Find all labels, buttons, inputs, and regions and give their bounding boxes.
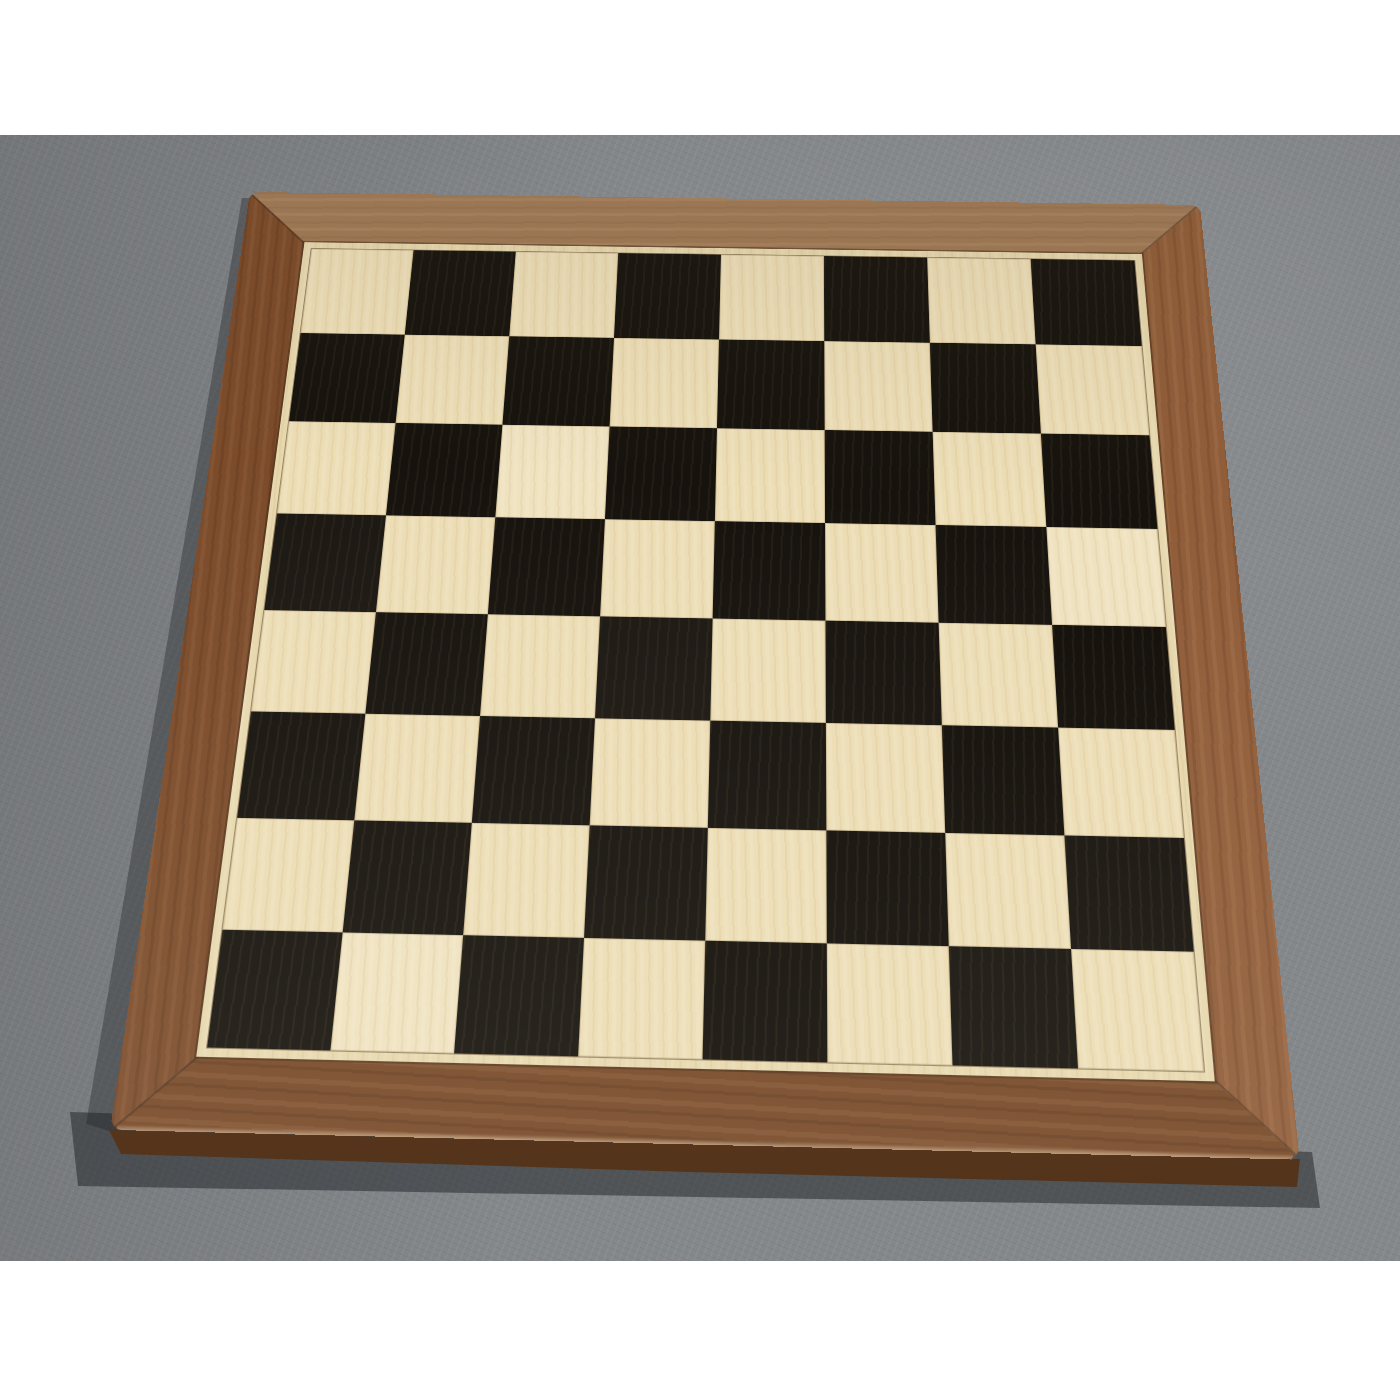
square-e8[interactable] [719,255,824,341]
square-f4[interactable] [825,621,941,726]
square-c6[interactable] [495,425,609,519]
square-h2[interactable] [1064,835,1193,951]
square-e4[interactable] [710,618,826,722]
square-g8[interactable] [927,258,1035,345]
square-e6[interactable] [715,428,825,523]
square-d5[interactable] [600,519,715,618]
square-h7[interactable] [1036,344,1150,435]
square-a5[interactable] [264,513,386,612]
square-c2[interactable] [463,823,589,938]
square-f5[interactable] [825,523,939,623]
square-g7[interactable] [930,343,1041,434]
chessboard [110,192,1300,1160]
square-d8[interactable] [614,253,721,339]
square-a7[interactable] [289,333,405,423]
square-d1[interactable] [578,938,705,1060]
square-h1[interactable] [1071,949,1204,1072]
square-a6[interactable] [277,421,396,515]
square-f6[interactable] [825,430,936,525]
squares-grid [207,249,1204,1072]
square-b8[interactable] [405,250,516,336]
square-h5[interactable] [1046,527,1166,627]
square-g4[interactable] [939,623,1058,728]
square-c4[interactable] [480,614,600,718]
square-e2[interactable] [705,828,827,944]
square-c3[interactable] [472,716,595,825]
square-e5[interactable] [713,521,826,620]
square-c8[interactable] [509,252,618,338]
square-f3[interactable] [826,723,945,833]
square-d7[interactable] [610,338,719,428]
square-e1[interactable] [703,941,828,1063]
square-d2[interactable] [584,825,708,940]
square-e3[interactable] [708,721,827,831]
square-c7[interactable] [502,336,614,426]
square-c5[interactable] [488,517,605,616]
square-a3[interactable] [237,711,365,820]
square-g1[interactable] [949,946,1078,1068]
square-b5[interactable] [376,515,495,614]
square-b7[interactable] [396,335,510,425]
square-a4[interactable] [251,610,376,714]
square-a2[interactable] [222,818,354,933]
square-g3[interactable] [942,725,1065,835]
square-c1[interactable] [454,935,584,1056]
square-a1[interactable] [207,930,343,1051]
square-g5[interactable] [936,525,1053,625]
square-d4[interactable] [595,616,713,720]
square-f1[interactable] [827,943,953,1065]
product-photo-page [0,0,1400,1400]
square-b3[interactable] [354,714,480,823]
square-b2[interactable] [343,820,472,935]
square-b4[interactable] [365,612,487,716]
square-b1[interactable] [330,932,463,1053]
square-h8[interactable] [1031,259,1142,346]
square-h6[interactable] [1041,434,1158,529]
square-a8[interactable] [301,249,414,335]
square-e7[interactable] [717,340,825,431]
square-d3[interactable] [590,718,711,828]
square-f7[interactable] [824,341,932,432]
square-f2[interactable] [826,830,948,946]
square-d6[interactable] [605,426,717,521]
square-g2[interactable] [945,833,1071,949]
square-g6[interactable] [933,432,1047,527]
square-h3[interactable] [1058,728,1184,838]
square-h4[interactable] [1052,625,1175,730]
square-b6[interactable] [386,423,502,517]
square-f8[interactable] [824,256,930,343]
playing-field [196,242,1215,1081]
